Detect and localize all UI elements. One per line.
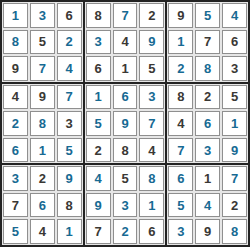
sudoku-cell-r5c9[interactable]: 1 [222, 111, 247, 136]
sudoku-cell-r2c9[interactable]: 6 [222, 30, 247, 55]
sudoku-box-1: 136852974 [2, 2, 83, 82]
sudoku-cell-r9c5[interactable]: 2 [113, 219, 138, 244]
sudoku-cell-r8c7[interactable]: 5 [168, 193, 193, 218]
sudoku-cell-r6c7[interactable]: 7 [168, 138, 193, 163]
sudoku-cell-r7c3[interactable]: 9 [57, 166, 82, 191]
sudoku-cell-r1c8[interactable]: 5 [195, 3, 220, 28]
sudoku-cell-r5c4[interactable]: 5 [86, 111, 111, 136]
sudoku-cell-r3c5[interactable]: 1 [113, 56, 138, 81]
sudoku-cell-r6c8[interactable]: 3 [195, 138, 220, 163]
sudoku-cell-r4c4[interactable]: 1 [86, 85, 111, 110]
sudoku-cell-r2c8[interactable]: 7 [195, 30, 220, 55]
sudoku-cell-r8c8[interactable]: 4 [195, 193, 220, 218]
sudoku-board: 1368529748723496159541762834972836151635… [0, 0, 250, 247]
sudoku-cell-r5c3[interactable]: 3 [57, 111, 82, 136]
sudoku-cell-r9c3[interactable]: 1 [57, 219, 82, 244]
sudoku-cell-r9c6[interactable]: 6 [139, 219, 164, 244]
sudoku-box-9: 617542398 [167, 165, 248, 245]
sudoku-cell-r1c3[interactable]: 6 [57, 3, 82, 28]
sudoku-cell-r7c4[interactable]: 4 [86, 166, 111, 191]
sudoku-cell-r6c9[interactable]: 9 [222, 138, 247, 163]
sudoku-box-2: 872349615 [85, 2, 166, 82]
sudoku-cell-r7c7[interactable]: 6 [168, 166, 193, 191]
sudoku-cell-r3c1[interactable]: 9 [3, 56, 28, 81]
sudoku-cell-r6c6[interactable]: 4 [139, 138, 164, 163]
sudoku-cell-r2c5[interactable]: 4 [113, 30, 138, 55]
sudoku-cell-r4c6[interactable]: 3 [139, 85, 164, 110]
sudoku-cell-r8c3[interactable]: 8 [57, 193, 82, 218]
sudoku-cell-r4c9[interactable]: 5 [222, 85, 247, 110]
sudoku-cell-r2c7[interactable]: 1 [168, 30, 193, 55]
sudoku-cell-r3c7[interactable]: 2 [168, 56, 193, 81]
sudoku-cell-r3c4[interactable]: 6 [86, 56, 111, 81]
sudoku-cell-r3c6[interactable]: 5 [139, 56, 164, 81]
sudoku-cell-r3c9[interactable]: 3 [222, 56, 247, 81]
sudoku-cell-r8c2[interactable]: 6 [30, 193, 55, 218]
sudoku-cell-r1c1[interactable]: 1 [3, 3, 28, 28]
sudoku-cell-r1c5[interactable]: 7 [113, 3, 138, 28]
sudoku-cell-r5c5[interactable]: 9 [113, 111, 138, 136]
sudoku-cell-r5c6[interactable]: 7 [139, 111, 164, 136]
sudoku-cell-r3c2[interactable]: 7 [30, 56, 55, 81]
sudoku-cell-r9c8[interactable]: 9 [195, 219, 220, 244]
sudoku-cell-r5c2[interactable]: 8 [30, 111, 55, 136]
sudoku-cell-r1c6[interactable]: 2 [139, 3, 164, 28]
sudoku-cell-r4c5[interactable]: 6 [113, 85, 138, 110]
sudoku-box-6: 825461739 [167, 84, 248, 164]
sudoku-cell-r4c3[interactable]: 7 [57, 85, 82, 110]
sudoku-cell-r2c2[interactable]: 5 [30, 30, 55, 55]
sudoku-cell-r9c1[interactable]: 5 [3, 219, 28, 244]
sudoku-cell-r4c8[interactable]: 2 [195, 85, 220, 110]
sudoku-cell-r7c9[interactable]: 7 [222, 166, 247, 191]
sudoku-cell-r9c2[interactable]: 4 [30, 219, 55, 244]
sudoku-cell-r7c1[interactable]: 3 [3, 166, 28, 191]
sudoku-cell-r8c1[interactable]: 7 [3, 193, 28, 218]
sudoku-cell-r8c6[interactable]: 1 [139, 193, 164, 218]
sudoku-cell-r1c9[interactable]: 4 [222, 3, 247, 28]
sudoku-box-4: 497283615 [2, 84, 83, 164]
sudoku-box-8: 458931726 [85, 165, 166, 245]
sudoku-cell-r8c5[interactable]: 3 [113, 193, 138, 218]
sudoku-cell-r3c8[interactable]: 8 [195, 56, 220, 81]
sudoku-cell-r6c2[interactable]: 1 [30, 138, 55, 163]
sudoku-cell-r9c7[interactable]: 3 [168, 219, 193, 244]
sudoku-cell-r6c5[interactable]: 8 [113, 138, 138, 163]
sudoku-cell-r8c9[interactable]: 2 [222, 193, 247, 218]
sudoku-box-5: 163597284 [85, 84, 166, 164]
sudoku-cell-r1c2[interactable]: 3 [30, 3, 55, 28]
sudoku-cell-r3c3[interactable]: 4 [57, 56, 82, 81]
sudoku-cell-r6c1[interactable]: 6 [3, 138, 28, 163]
sudoku-cell-r7c5[interactable]: 5 [113, 166, 138, 191]
sudoku-cell-r1c4[interactable]: 8 [86, 3, 111, 28]
sudoku-cell-r5c1[interactable]: 2 [3, 111, 28, 136]
sudoku-cell-r6c4[interactable]: 2 [86, 138, 111, 163]
sudoku-cell-r2c1[interactable]: 8 [3, 30, 28, 55]
sudoku-cell-r8c4[interactable]: 9 [86, 193, 111, 218]
sudoku-cell-r1c7[interactable]: 9 [168, 3, 193, 28]
sudoku-cell-r5c7[interactable]: 4 [168, 111, 193, 136]
sudoku-cell-r4c2[interactable]: 9 [30, 85, 55, 110]
sudoku-box-3: 954176283 [167, 2, 248, 82]
sudoku-cell-r7c6[interactable]: 8 [139, 166, 164, 191]
sudoku-cell-r9c4[interactable]: 7 [86, 219, 111, 244]
sudoku-cell-r2c4[interactable]: 3 [86, 30, 111, 55]
sudoku-cell-r2c6[interactable]: 9 [139, 30, 164, 55]
sudoku-cell-r7c2[interactable]: 2 [30, 166, 55, 191]
sudoku-cell-r4c1[interactable]: 4 [3, 85, 28, 110]
sudoku-cell-r4c7[interactable]: 8 [168, 85, 193, 110]
sudoku-box-7: 329768541 [2, 165, 83, 245]
sudoku-cell-r9c9[interactable]: 8 [222, 219, 247, 244]
sudoku-cell-r6c3[interactable]: 5 [57, 138, 82, 163]
sudoku-cell-r7c8[interactable]: 1 [195, 166, 220, 191]
sudoku-cell-r5c8[interactable]: 6 [195, 111, 220, 136]
sudoku-cell-r2c3[interactable]: 2 [57, 30, 82, 55]
